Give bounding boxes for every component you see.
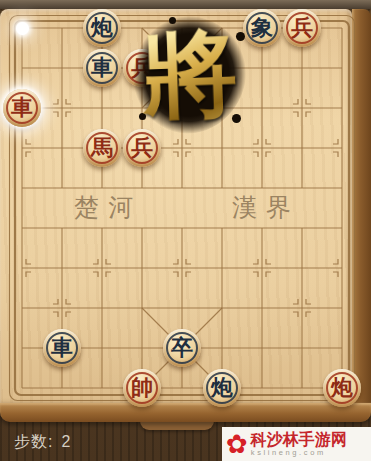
watermark-site-name: 科沙林手游网 <box>251 431 347 448</box>
piece-character: 炮 <box>323 369 361 407</box>
piece-red-pawn[interactable]: 兵 <box>283 9 321 47</box>
piece-character: 炮 <box>83 9 121 47</box>
piece-character: 車 <box>83 49 121 87</box>
check-general-logo: 將 <box>130 12 250 140</box>
move-target-marker[interactable] <box>16 22 29 35</box>
step-counter: 步数:2 <box>14 432 71 453</box>
piece-character: 帥 <box>123 369 161 407</box>
step-counter-label: 步数: <box>14 433 53 450</box>
site-watermark: ✿ 科沙林手游网 kslineng.com <box>222 427 371 461</box>
piece-black-cannon[interactable]: 炮 <box>203 369 241 407</box>
piece-black-cannon[interactable]: 炮 <box>83 9 121 47</box>
general-character: 將 <box>128 10 252 142</box>
piece-character: 車 <box>3 89 41 127</box>
piece-black-chariot[interactable]: 車 <box>83 49 121 87</box>
piece-red-horse[interactable]: 馬 <box>83 129 121 167</box>
piece-red-cannon[interactable]: 炮 <box>323 369 361 407</box>
piece-character: 炮 <box>203 369 241 407</box>
piece-character: 馬 <box>83 129 121 167</box>
piece-character: 兵 <box>283 9 321 47</box>
piece-red-chariot[interactable]: 車 <box>3 89 41 127</box>
watermark-domain: kslineng.com <box>251 448 347 457</box>
step-counter-value: 2 <box>61 433 71 450</box>
piece-black-chariot[interactable]: 車 <box>43 329 81 367</box>
piece-character: 卒 <box>163 329 201 367</box>
piece-character: 車 <box>43 329 81 367</box>
plum-blossom-icon: ✿ <box>226 431 248 457</box>
xiangqi-game-screen: 楚河 漢界 炮象兵車兵車馬兵車卒帥炮炮 將 步数:2 ✿ 科沙林手游网 ksli… <box>0 0 371 461</box>
piece-black-pawn[interactable]: 卒 <box>163 329 201 367</box>
piece-red-general[interactable]: 帥 <box>123 369 161 407</box>
